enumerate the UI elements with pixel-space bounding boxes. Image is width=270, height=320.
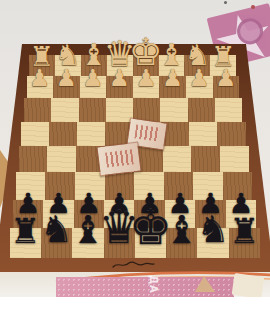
white-pawn-d2[interactable]: ♟ [109, 67, 130, 90]
white-pawn-g2[interactable]: ♟ [189, 67, 210, 90]
square-b4[interactable] [49, 122, 77, 147]
square-f5[interactable] [163, 146, 192, 172]
white-pawn-b2[interactable]: ♟ [56, 67, 77, 90]
white-pawn-a2[interactable]: ♟ [29, 67, 50, 90]
mat-letters: ДА [148, 275, 159, 294]
cream-object [232, 273, 265, 299]
white-pawn-e2[interactable]: ♟ [136, 67, 157, 90]
black-bishop-f8[interactable]: ♝ [165, 211, 199, 249]
square-h5[interactable] [220, 146, 249, 172]
square-b5[interactable] [47, 146, 76, 172]
square-c4[interactable] [77, 122, 105, 147]
white-margin [0, 297, 270, 320]
square-a3[interactable] [24, 98, 51, 121]
photo-scene: ♜♞♝♛♚♝♞♜♟♟♟♟♟♟♟♟♟♟♟♟♟♟♟♟♜♞♝♛♚♝♞♜ ДА [0, 0, 270, 320]
square-g3[interactable] [188, 98, 215, 121]
square-h3[interactable] [215, 98, 242, 121]
black-rook-a8[interactable]: ♜ [10, 214, 41, 249]
square-h4[interactable] [217, 122, 245, 147]
square-a4[interactable] [21, 122, 49, 147]
miniature-banknote[interactable] [97, 142, 142, 177]
white-pawn-f2[interactable]: ♟ [162, 67, 183, 90]
square-g5[interactable] [191, 146, 220, 172]
square-f3[interactable] [160, 98, 187, 121]
black-knight-b8[interactable]: ♞ [40, 212, 73, 249]
black-knight-g8[interactable]: ♞ [197, 212, 230, 249]
white-pawn-h2[interactable]: ♟ [215, 67, 236, 90]
square-a5[interactable] [19, 146, 48, 172]
square-b3[interactable] [51, 98, 78, 121]
white-pawn-c2[interactable]: ♟ [83, 67, 104, 90]
square-g4[interactable] [189, 122, 217, 147]
black-rook-h8[interactable]: ♜ [229, 214, 260, 249]
square-c3[interactable] [79, 98, 106, 121]
